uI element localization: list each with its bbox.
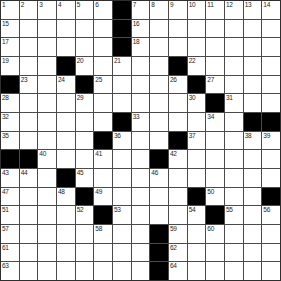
white-cell-r9c13[interactable]	[225, 150, 243, 168]
clue-number-23: 23	[21, 76, 28, 83]
white-cell-r6c6[interactable]	[94, 94, 112, 112]
white-cell-r3c10[interactable]	[169, 38, 187, 56]
white-cell-r8c7[interactable]: 36	[113, 132, 131, 150]
clue-number-33: 33	[133, 113, 140, 120]
white-cell-r3c11[interactable]	[188, 38, 206, 56]
white-cell-r10c13[interactable]	[225, 169, 243, 187]
white-cell-r4c14[interactable]	[244, 57, 262, 75]
white-cell-r2c15[interactable]	[262, 20, 280, 38]
white-cell-r3c6[interactable]	[94, 38, 112, 56]
black-cell-r14c9	[150, 244, 168, 262]
white-cell-r14c14[interactable]	[244, 244, 262, 262]
white-cell-r14c6[interactable]	[94, 244, 112, 262]
white-cell-r13c11[interactable]	[188, 225, 206, 243]
clue-number-15: 15	[2, 20, 9, 27]
white-cell-r10c8[interactable]	[132, 169, 150, 187]
clue-number-21: 21	[114, 57, 121, 64]
white-cell-r3c15[interactable]	[262, 38, 280, 56]
black-cell-r11c15	[262, 188, 280, 206]
white-cell-r5c9[interactable]	[150, 76, 168, 94]
clue-number-19: 19	[2, 57, 9, 64]
white-cell-r1c4[interactable]: 4	[57, 1, 75, 19]
white-cell-r9c5[interactable]	[76, 150, 94, 168]
white-cell-r6c14[interactable]	[244, 94, 262, 112]
white-cell-r7c1[interactable]: 32	[1, 113, 19, 131]
white-cell-r7c10[interactable]	[169, 113, 187, 131]
black-cell-r15c9	[150, 262, 168, 280]
white-cell-r3c8[interactable]: 18	[132, 38, 150, 56]
white-cell-r2c11[interactable]	[188, 20, 206, 38]
white-cell-r8c12[interactable]	[206, 132, 224, 150]
white-cell-r1c2[interactable]: 2	[20, 1, 38, 19]
white-cell-r4c2[interactable]	[20, 57, 38, 75]
white-cell-r3c13[interactable]	[225, 38, 243, 56]
white-cell-r15c14[interactable]	[244, 262, 262, 280]
white-cell-r14c4[interactable]	[57, 244, 75, 262]
white-cell-r6c3[interactable]	[38, 94, 56, 112]
white-cell-r3c1[interactable]: 17	[1, 38, 19, 56]
white-cell-r14c13[interactable]	[225, 244, 243, 262]
white-cell-r10c5[interactable]: 45	[76, 169, 94, 187]
white-cell-r8c4[interactable]	[57, 132, 75, 150]
black-cell-r11c5	[76, 188, 94, 206]
white-cell-r12c5[interactable]: 52	[76, 206, 94, 224]
clue-number-52: 52	[77, 206, 84, 213]
white-cell-r9c11[interactable]	[188, 150, 206, 168]
clue-number-17: 17	[2, 38, 9, 45]
clue-number-11: 11	[207, 1, 213, 8]
white-cell-r9c7[interactable]	[113, 150, 131, 168]
clue-number-26: 26	[170, 76, 177, 83]
white-cell-r11c2[interactable]	[20, 188, 38, 206]
black-cell-r9c2	[20, 150, 38, 168]
white-cell-r12c15[interactable]: 56	[262, 206, 280, 224]
white-cell-r15c12[interactable]	[206, 262, 224, 280]
white-cell-r12c7[interactable]: 53	[113, 206, 131, 224]
clue-number-2: 2	[21, 1, 24, 8]
white-cell-r2c5[interactable]	[76, 20, 94, 38]
white-cell-r7c9[interactable]	[150, 113, 168, 131]
clue-number-32: 32	[2, 113, 9, 120]
white-cell-r5c3[interactable]	[38, 76, 56, 94]
white-cell-r13c7[interactable]	[113, 225, 131, 243]
clue-number-59: 59	[170, 225, 177, 232]
white-cell-r3c14[interactable]	[244, 38, 262, 56]
black-cell-r13c9	[150, 225, 168, 243]
clue-number-38: 38	[245, 132, 252, 139]
clue-number-14: 14	[263, 1, 270, 8]
white-cell-r7c6[interactable]	[94, 113, 112, 131]
clue-number-56: 56	[263, 206, 270, 213]
white-cell-r12c10[interactable]	[169, 206, 187, 224]
white-cell-r12c14[interactable]	[244, 206, 262, 224]
white-cell-r2c6[interactable]	[94, 20, 112, 38]
white-cell-r3c3[interactable]	[38, 38, 56, 56]
white-cell-r5c7[interactable]	[113, 76, 131, 94]
white-cell-r15c7[interactable]	[113, 262, 131, 280]
white-cell-r14c11[interactable]	[188, 244, 206, 262]
white-cell-r11c13[interactable]	[225, 188, 243, 206]
black-cell-r7c15	[262, 113, 280, 131]
white-cell-r6c10[interactable]	[169, 94, 187, 112]
white-cell-r2c10[interactable]	[169, 20, 187, 38]
clue-number-41: 41	[95, 150, 102, 157]
clue-number-28: 28	[2, 94, 9, 101]
white-cell-r3c4[interactable]	[57, 38, 75, 56]
white-cell-r10c14[interactable]	[244, 169, 262, 187]
clue-number-1: 1	[2, 1, 5, 8]
clue-number-46: 46	[151, 169, 158, 176]
clue-number-7: 7	[133, 1, 136, 8]
white-cell-r15c4[interactable]	[57, 262, 75, 280]
white-cell-r5c10[interactable]: 26	[169, 76, 187, 94]
black-cell-r2c7	[113, 20, 131, 38]
white-cell-r4c11[interactable]: 22	[188, 57, 206, 75]
clue-number-12: 12	[226, 1, 233, 8]
white-cell-r8c2[interactable]	[20, 132, 38, 150]
white-cell-r11c14[interactable]	[244, 188, 262, 206]
clue-number-3: 3	[39, 1, 42, 8]
white-cell-r14c1[interactable]: 61	[1, 244, 19, 262]
white-cell-r14c7[interactable]	[113, 244, 131, 262]
white-cell-r9c12[interactable]	[206, 150, 224, 168]
white-cell-r15c6[interactable]	[94, 262, 112, 280]
white-cell-r4c5[interactable]: 20	[76, 57, 94, 75]
clue-number-24: 24	[58, 76, 65, 83]
black-cell-r5c11	[188, 76, 206, 94]
white-cell-r14c3[interactable]	[38, 244, 56, 262]
black-cell-r8c10	[169, 132, 187, 150]
clue-number-6: 6	[95, 1, 98, 8]
white-cell-r5c14[interactable]	[244, 76, 262, 94]
white-cell-r5c6[interactable]: 25	[94, 76, 112, 94]
white-cell-r9c4[interactable]	[57, 150, 75, 168]
white-cell-r2c12[interactable]	[206, 20, 224, 38]
white-cell-r5c13[interactable]	[225, 76, 243, 94]
white-cell-r12c3[interactable]	[38, 206, 56, 224]
white-cell-r6c1[interactable]: 28	[1, 94, 19, 112]
black-cell-r9c9	[150, 150, 168, 168]
clue-number-22: 22	[189, 57, 196, 64]
white-cell-r4c9[interactable]	[150, 57, 168, 75]
white-cell-r6c5[interactable]: 29	[76, 94, 94, 112]
white-cell-r6c11[interactable]: 30	[188, 94, 206, 112]
white-cell-r1c13[interactable]: 12	[225, 1, 243, 19]
white-cell-r1c1[interactable]: 1	[1, 1, 19, 19]
white-cell-r9c8[interactable]	[132, 150, 150, 168]
clue-number-60: 60	[207, 225, 214, 232]
white-cell-r12c2[interactable]	[20, 206, 38, 224]
white-cell-r14c2[interactable]	[20, 244, 38, 262]
white-cell-r10c15[interactable]	[262, 169, 280, 187]
white-cell-r11c3[interactable]	[38, 188, 56, 206]
clue-number-42: 42	[170, 150, 177, 157]
white-cell-r12c8[interactable]	[132, 206, 150, 224]
white-cell-r4c12[interactable]	[206, 57, 224, 75]
white-cell-r13c3[interactable]	[38, 225, 56, 243]
white-cell-r2c4[interactable]	[57, 20, 75, 38]
white-cell-r5c15[interactable]	[262, 76, 280, 94]
clue-number-37: 37	[189, 132, 196, 139]
white-cell-r15c11[interactable]	[188, 262, 206, 280]
white-cell-r5c4[interactable]: 24	[57, 76, 75, 94]
clue-number-61: 61	[2, 244, 9, 251]
white-cell-r7c5[interactable]	[76, 113, 94, 131]
white-cell-r8c13[interactable]	[225, 132, 243, 150]
white-cell-r15c8[interactable]	[132, 262, 150, 280]
white-cell-r2c9[interactable]	[150, 20, 168, 38]
white-cell-r7c12[interactable]: 34	[206, 113, 224, 131]
white-cell-r7c3[interactable]	[38, 113, 56, 131]
clue-number-20: 20	[77, 57, 84, 64]
white-cell-r13c12[interactable]: 60	[206, 225, 224, 243]
white-cell-r7c4[interactable]	[57, 113, 75, 131]
white-cell-r1c3[interactable]: 3	[38, 1, 56, 19]
white-cell-r9c3[interactable]: 40	[38, 150, 56, 168]
white-cell-r2c8[interactable]: 16	[132, 20, 150, 38]
white-cell-r10c1[interactable]: 43	[1, 169, 19, 187]
clue-number-53: 53	[114, 206, 121, 213]
white-cell-r15c3[interactable]	[38, 262, 56, 280]
clue-number-8: 8	[151, 1, 154, 8]
white-cell-r2c14[interactable]	[244, 20, 262, 38]
white-cell-r15c13[interactable]	[225, 262, 243, 280]
white-cell-r12c11[interactable]: 54	[188, 206, 206, 224]
white-cell-r3c5[interactable]	[76, 38, 94, 56]
white-cell-r8c8[interactable]	[132, 132, 150, 150]
white-cell-r13c14[interactable]	[244, 225, 262, 243]
white-cell-r7c13[interactable]	[225, 113, 243, 131]
white-cell-r8c1[interactable]: 35	[1, 132, 19, 150]
clue-number-29: 29	[77, 94, 84, 101]
white-cell-r3c2[interactable]	[20, 38, 38, 56]
white-cell-r1c12[interactable]: 11	[206, 1, 224, 19]
white-cell-r15c2[interactable]	[20, 262, 38, 280]
white-cell-r8c9[interactable]	[150, 132, 168, 150]
clue-number-44: 44	[21, 169, 28, 176]
white-cell-r1c6[interactable]: 6	[94, 1, 112, 19]
white-cell-r2c1[interactable]: 15	[1, 20, 19, 38]
black-cell-r10c4	[57, 169, 75, 187]
white-cell-r13c1[interactable]: 57	[1, 225, 19, 243]
white-cell-r6c7[interactable]	[113, 94, 131, 112]
crossword-board: 1234567891011121314151617181920212223242…	[0, 0, 281, 281]
white-cell-r3c12[interactable]	[206, 38, 224, 56]
white-cell-r12c1[interactable]: 51	[1, 206, 19, 224]
white-cell-r4c8[interactable]	[132, 57, 150, 75]
white-cell-r14c15[interactable]	[262, 244, 280, 262]
white-cell-r6c13[interactable]: 31	[225, 94, 243, 112]
white-cell-r13c5[interactable]	[76, 225, 94, 243]
white-cell-r13c4[interactable]	[57, 225, 75, 243]
white-cell-r10c11[interactable]	[188, 169, 206, 187]
white-cell-r1c5[interactable]: 5	[76, 1, 94, 19]
white-cell-r7c8[interactable]: 33	[132, 113, 150, 131]
white-cell-r12c9[interactable]	[150, 206, 168, 224]
white-cell-r13c6[interactable]: 58	[94, 225, 112, 243]
clue-number-13: 13	[245, 1, 252, 8]
clue-number-45: 45	[77, 169, 84, 176]
clue-number-5: 5	[77, 1, 80, 8]
clue-number-27: 27	[207, 76, 214, 83]
white-cell-r3c9[interactable]	[150, 38, 168, 56]
white-cell-r1c9[interactable]: 8	[150, 1, 168, 19]
white-cell-r6c4[interactable]	[57, 94, 75, 112]
clue-number-10: 10	[189, 1, 196, 8]
clue-number-4: 4	[58, 1, 61, 8]
white-cell-r12c4[interactable]	[57, 206, 75, 224]
white-cell-r11c7[interactable]	[113, 188, 131, 206]
clue-number-49: 49	[95, 188, 102, 195]
clue-number-9: 9	[170, 1, 173, 8]
white-cell-r10c12[interactable]	[206, 169, 224, 187]
white-cell-r1c10[interactable]: 9	[169, 1, 187, 19]
black-cell-r1c7	[113, 1, 131, 19]
white-cell-r9c15[interactable]	[262, 150, 280, 168]
white-cell-r4c3[interactable]	[38, 57, 56, 75]
white-cell-r13c13[interactable]	[225, 225, 243, 243]
white-cell-r7c2[interactable]	[20, 113, 38, 131]
black-cell-r6c12	[206, 94, 224, 112]
clue-number-54: 54	[189, 206, 196, 213]
black-cell-r5c1	[1, 76, 19, 94]
clue-number-47: 47	[2, 188, 9, 195]
white-cell-r1c14[interactable]: 13	[244, 1, 262, 19]
black-cell-r5c5	[76, 76, 94, 94]
white-cell-r11c12[interactable]: 50	[206, 188, 224, 206]
white-cell-r6c9[interactable]	[150, 94, 168, 112]
white-cell-r13c15[interactable]	[262, 225, 280, 243]
clue-number-25: 25	[95, 76, 102, 83]
white-cell-r15c1[interactable]: 63	[1, 262, 19, 280]
white-cell-r11c1[interactable]: 47	[1, 188, 19, 206]
white-cell-r6c8[interactable]	[132, 94, 150, 112]
clue-number-31: 31	[226, 94, 233, 101]
white-cell-r4c1[interactable]: 19	[1, 57, 19, 75]
black-cell-r7c7	[113, 113, 131, 131]
white-cell-r2c3[interactable]	[38, 20, 56, 38]
white-cell-r11c9[interactable]	[150, 188, 168, 206]
white-cell-r5c12[interactable]: 27	[206, 76, 224, 94]
white-cell-r9c14[interactable]	[244, 150, 262, 168]
white-cell-r4c13[interactable]	[225, 57, 243, 75]
white-cell-r9c10[interactable]: 42	[169, 150, 187, 168]
white-cell-r8c14[interactable]: 38	[244, 132, 262, 150]
white-cell-r2c2[interactable]	[20, 20, 38, 38]
white-cell-r14c10[interactable]: 62	[169, 244, 187, 262]
white-cell-r1c8[interactable]: 7	[132, 1, 150, 19]
white-cell-r5c8[interactable]	[132, 76, 150, 94]
white-cell-r4c7[interactable]: 21	[113, 57, 131, 75]
black-cell-r3c7	[113, 38, 131, 56]
clue-number-58: 58	[95, 225, 102, 232]
black-cell-r11c11	[188, 188, 206, 206]
white-cell-r12c13[interactable]: 55	[225, 206, 243, 224]
white-cell-r13c10[interactable]: 59	[169, 225, 187, 243]
white-cell-r14c8[interactable]	[132, 244, 150, 262]
white-cell-r10c6[interactable]	[94, 169, 112, 187]
clue-number-55: 55	[226, 206, 233, 213]
clue-number-39: 39	[263, 132, 270, 139]
black-cell-r4c10	[169, 57, 187, 75]
white-cell-r14c5[interactable]	[76, 244, 94, 262]
white-cell-r9c6[interactable]: 41	[94, 150, 112, 168]
white-cell-r6c15[interactable]	[262, 94, 280, 112]
white-cell-r13c8[interactable]	[132, 225, 150, 243]
clue-number-43: 43	[2, 169, 9, 176]
clue-number-57: 57	[2, 225, 9, 232]
clue-number-30: 30	[189, 94, 196, 101]
white-cell-r8c15[interactable]: 39	[262, 132, 280, 150]
clue-number-51: 51	[2, 206, 9, 213]
white-cell-r11c10[interactable]	[169, 188, 187, 206]
white-cell-r8c5[interactable]	[76, 132, 94, 150]
white-cell-r11c8[interactable]	[132, 188, 150, 206]
clue-number-16: 16	[133, 20, 140, 27]
clue-number-35: 35	[2, 132, 9, 139]
white-cell-r1c11[interactable]: 10	[188, 1, 206, 19]
white-cell-r10c10[interactable]	[169, 169, 187, 187]
black-cell-r7c14	[244, 113, 262, 131]
white-cell-r2c13[interactable]	[225, 20, 243, 38]
clue-number-36: 36	[114, 132, 121, 139]
black-cell-r8c6	[94, 132, 112, 150]
clue-number-64: 64	[170, 262, 177, 269]
black-cell-r4c4	[57, 57, 75, 75]
white-cell-r14c12[interactable]	[206, 244, 224, 262]
white-cell-r10c2[interactable]: 44	[20, 169, 38, 187]
black-cell-r12c6	[94, 206, 112, 224]
white-cell-r1c15[interactable]: 14	[262, 1, 280, 19]
white-cell-r10c9[interactable]: 46	[150, 169, 168, 187]
white-cell-r11c4[interactable]: 48	[57, 188, 75, 206]
white-cell-r13c2[interactable]	[20, 225, 38, 243]
white-cell-r4c15[interactable]	[262, 57, 280, 75]
white-cell-r7c11[interactable]	[188, 113, 206, 131]
white-cell-r10c3[interactable]	[38, 169, 56, 187]
clue-number-62: 62	[170, 244, 177, 251]
clue-number-50: 50	[207, 188, 214, 195]
white-cell-r15c15[interactable]	[262, 262, 280, 280]
clue-number-18: 18	[133, 38, 140, 45]
white-cell-r15c10[interactable]: 64	[169, 262, 187, 280]
clue-number-34: 34	[207, 113, 214, 120]
clue-number-40: 40	[39, 150, 46, 157]
clue-number-63: 63	[2, 262, 9, 269]
white-cell-r8c11[interactable]: 37	[188, 132, 206, 150]
white-cell-r4c6[interactable]	[94, 57, 112, 75]
white-cell-r11c6[interactable]: 49	[94, 188, 112, 206]
clue-number-48: 48	[58, 188, 65, 195]
black-cell-r9c1	[1, 150, 19, 168]
white-cell-r8c3[interactable]	[38, 132, 56, 150]
white-cell-r15c5[interactable]	[76, 262, 94, 280]
black-cell-r12c12	[206, 206, 224, 224]
white-cell-r6c2[interactable]	[20, 94, 38, 112]
white-cell-r10c7[interactable]	[113, 169, 131, 187]
white-cell-r5c2[interactable]: 23	[20, 76, 38, 94]
